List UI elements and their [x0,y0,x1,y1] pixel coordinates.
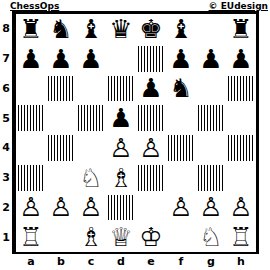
white-knight[interactable]: ♘ [78,164,105,191]
square-e2[interactable] [136,193,166,223]
white-pawn[interactable]: ♙ [48,194,75,221]
square-g7[interactable]: ♟ [196,44,226,74]
square-c5[interactable] [76,103,106,133]
white-queen[interactable]: ♕ [108,224,135,251]
credit-text: © EUdesign [209,1,268,11]
file-label-f: f [166,254,196,269]
square-b5[interactable] [46,103,76,133]
square-e7[interactable] [136,44,166,74]
square-f7[interactable]: ♟ [166,44,196,74]
white-pawn[interactable]: ♙ [168,194,195,221]
square-a4[interactable] [16,133,46,163]
square-b2[interactable]: ♙ [46,193,76,223]
square-g3[interactable] [196,163,226,193]
square-g2[interactable]: ♙ [196,193,226,223]
square-h6[interactable] [226,74,256,104]
square-e4[interactable]: ♙ [136,133,166,163]
square-d1[interactable]: ♕ [106,222,136,252]
square-g4[interactable] [196,133,226,163]
rank-label-2: 2 [0,193,12,223]
black-knight[interactable]: ♞ [168,75,195,102]
square-d2[interactable] [106,193,136,223]
square-g6[interactable] [196,74,226,104]
black-bishop[interactable]: ♝ [168,15,195,42]
white-pawn[interactable]: ♙ [198,194,225,221]
square-a1[interactable]: ♖ [16,222,46,252]
black-pawn[interactable]: ♟ [108,105,135,132]
square-h7[interactable]: ♟ [226,44,256,74]
black-bishop[interactable]: ♝ [78,15,105,42]
black-pawn[interactable]: ♟ [48,45,75,72]
square-d6[interactable] [106,74,136,104]
square-h4[interactable] [226,133,256,163]
square-c2[interactable]: ♙ [76,193,106,223]
white-bishop[interactable]: ♗ [108,164,135,191]
file-label-d: d [106,254,136,269]
white-rook[interactable]: ♖ [228,224,255,251]
file-label-g: g [196,254,226,269]
square-c7[interactable]: ♟ [76,44,106,74]
square-f5[interactable] [166,103,196,133]
white-rook[interactable]: ♖ [18,224,45,251]
black-king[interactable]: ♚ [138,15,165,42]
square-d4[interactable]: ♙ [106,133,136,163]
white-pawn[interactable]: ♙ [138,134,165,161]
square-e3[interactable] [136,163,166,193]
square-b7[interactable]: ♟ [46,44,76,74]
rank-label-4: 4 [0,133,12,163]
square-f2[interactable]: ♙ [166,193,196,223]
square-f4[interactable] [166,133,196,163]
square-h1[interactable]: ♖ [226,222,256,252]
white-king[interactable]: ♔ [138,224,165,251]
white-pawn[interactable]: ♙ [78,194,105,221]
black-rook[interactable]: ♜ [18,15,45,42]
black-pawn[interactable]: ♟ [18,45,45,72]
square-h2[interactable]: ♙ [226,193,256,223]
chess-app-window: ChessOps © EUdesign 87654321 ♜♞♝♛♚♝♜♟♟♟♟… [0,0,270,270]
app-title: ChessOps [10,1,59,11]
square-a7[interactable]: ♟ [16,44,46,74]
square-c1[interactable]: ♗ [76,222,106,252]
file-labels: abcdefgh [16,254,256,269]
square-a5[interactable] [16,103,46,133]
square-f3[interactable] [166,163,196,193]
rank-label-3: 3 [0,163,12,193]
black-pawn[interactable]: ♟ [228,45,255,72]
square-c3[interactable]: ♘ [76,163,106,193]
file-label-e: e [136,254,166,269]
white-pawn[interactable]: ♙ [18,194,45,221]
white-knight[interactable]: ♘ [198,224,225,251]
square-h3[interactable] [226,163,256,193]
square-g8[interactable] [196,14,226,44]
white-pawn[interactable]: ♙ [108,134,135,161]
rank-label-1: 1 [0,222,12,252]
square-g1[interactable]: ♘ [196,222,226,252]
chess-board: ♜♞♝♛♚♝♜♟♟♟♟♟♟♟♞♟♙♙♘♗♙♙♙♙♙♙♖♗♕♔♘♖ [16,14,256,252]
square-f8[interactable]: ♝ [166,14,196,44]
square-e8[interactable]: ♚ [136,14,166,44]
square-d7[interactable] [106,44,136,74]
square-c8[interactable]: ♝ [76,14,106,44]
square-d8[interactable]: ♛ [106,14,136,44]
rank-label-8: 8 [0,14,12,44]
rank-label-7: 7 [0,44,12,74]
square-d5[interactable]: ♟ [106,103,136,133]
square-h8[interactable]: ♜ [226,14,256,44]
square-f6[interactable]: ♞ [166,74,196,104]
square-c4[interactable] [76,133,106,163]
square-h5[interactable] [226,103,256,133]
square-b1[interactable] [46,222,76,252]
rank-label-5: 5 [0,103,12,133]
file-label-b: b [46,254,76,269]
file-label-h: h [226,254,256,269]
square-e1[interactable]: ♔ [136,222,166,252]
black-rook[interactable]: ♜ [228,15,255,42]
square-g5[interactable] [196,103,226,133]
white-bishop[interactable]: ♗ [78,224,105,251]
square-b6[interactable] [46,74,76,104]
square-e5[interactable] [136,103,166,133]
square-f1[interactable] [166,222,196,252]
file-label-a: a [16,254,46,269]
file-label-c: c [76,254,106,269]
square-b3[interactable] [46,163,76,193]
black-knight[interactable]: ♞ [48,15,75,42]
square-c6[interactable] [76,74,106,104]
black-queen[interactable]: ♛ [108,15,135,42]
square-a2[interactable]: ♙ [16,193,46,223]
rank-labels: 87654321 [0,14,12,252]
rank-label-6: 6 [0,74,12,104]
square-d3[interactable]: ♗ [106,163,136,193]
square-b4[interactable] [46,133,76,163]
square-b8[interactable]: ♞ [46,14,76,44]
board-frame: ♜♞♝♛♚♝♜♟♟♟♟♟♟♟♞♟♙♙♘♗♙♙♙♙♙♙♖♗♕♔♘♖ [12,11,259,254]
square-a6[interactable] [16,74,46,104]
black-pawn[interactable]: ♟ [138,75,165,102]
square-e6[interactable]: ♟ [136,74,166,104]
square-a3[interactable] [16,163,46,193]
black-pawn[interactable]: ♟ [168,45,195,72]
square-a8[interactable]: ♜ [16,14,46,44]
white-pawn[interactable]: ♙ [228,194,255,221]
black-pawn[interactable]: ♟ [198,45,225,72]
black-pawn[interactable]: ♟ [78,45,105,72]
